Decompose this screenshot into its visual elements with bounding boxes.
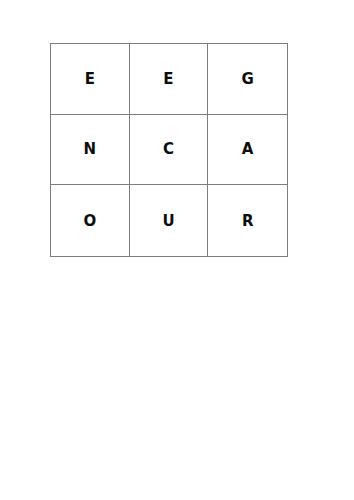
cell-letter: O (83, 212, 96, 230)
grid-cell-r3c3: R (208, 185, 287, 256)
letter-grid: E E G N C A O U R (50, 43, 288, 257)
grid-cell-r3c2: U (130, 185, 209, 256)
grid-cell-r1c3: G (208, 44, 287, 115)
worksheet-page: E E G N C A O U R (0, 0, 354, 500)
cell-letter: R (242, 212, 254, 230)
cell-letter: U (162, 212, 174, 230)
grid-cell-r2c3: A (208, 115, 287, 186)
cell-letter: E (163, 70, 173, 88)
grid-cell-r1c1: E (51, 44, 130, 115)
cell-letter: E (85, 70, 95, 88)
grid-cell-r2c1: N (51, 115, 130, 186)
grid-cell-r3c1: O (51, 185, 130, 256)
cell-letter: C (163, 140, 174, 158)
grid-cell-r2c2: C (130, 115, 209, 186)
cell-letter: G (242, 70, 254, 88)
cell-letter: A (242, 140, 254, 158)
grid-cell-r1c2: E (130, 44, 209, 115)
cell-letter: N (84, 140, 97, 158)
